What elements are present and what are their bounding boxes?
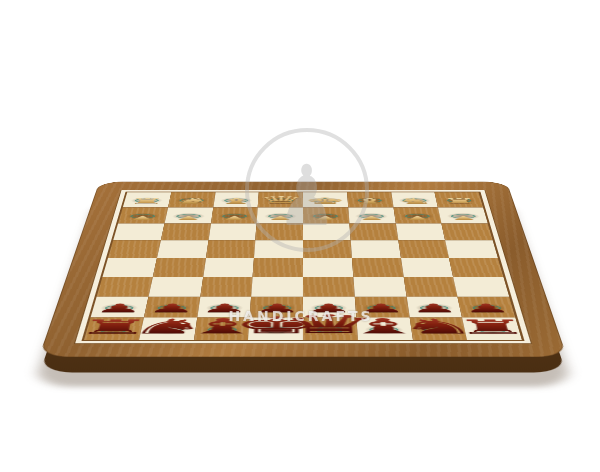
pawn-glyph: ♟ — [199, 302, 249, 314]
piece-black-pawn-e7[interactable]: ♟ — [250, 297, 303, 318]
piece-black-pawn-h7[interactable]: ♟ — [91, 297, 149, 318]
piece-black-pawn-g7[interactable]: ♟ — [144, 297, 200, 318]
felt-base-ring — [210, 305, 239, 311]
piece-white-pawn-b2[interactable]: ♟ — [393, 207, 442, 223]
knight-glyph: ♞ — [395, 197, 433, 205]
piece-shadow — [257, 325, 295, 334]
pawn-glyph: ♟ — [94, 302, 145, 314]
felt-base-ring — [207, 327, 236, 333]
felt-base-ring — [153, 327, 183, 333]
piece-white-pawn-e2[interactable]: ♟ — [257, 207, 303, 223]
piece-white-pawn-d2[interactable]: ♟ — [303, 207, 349, 223]
piece-black-king-e8[interactable]: ♚ — [248, 318, 303, 340]
piece-shadow — [148, 325, 187, 334]
piece-white-pawn-c2[interactable]: ♟ — [348, 207, 395, 223]
piece-black-pawn-d7[interactable]: ♟ — [303, 297, 356, 318]
piece-shadow — [203, 325, 242, 334]
piece-shadow — [415, 304, 453, 313]
felt-base-ring — [369, 327, 398, 333]
pawn-glyph: ♟ — [450, 215, 477, 220]
piece-black-knight-g8[interactable]: ♞ — [139, 318, 197, 340]
felt-base-ring — [316, 327, 345, 333]
felt-base-ring — [420, 305, 449, 311]
piece-black-bishop-c8[interactable]: ♝ — [356, 318, 412, 340]
knight-glyph: ♞ — [172, 197, 210, 205]
pawn-glyph: ♟ — [404, 215, 431, 220]
piece-black-queen-d8[interactable]: ♛ — [303, 318, 358, 340]
piece-shadow — [100, 304, 139, 313]
pawn-glyph: ♟ — [221, 215, 247, 220]
piece-black-pawn-c7[interactable]: ♟ — [355, 297, 410, 318]
piece-black-pawn-b7[interactable]: ♟ — [406, 297, 462, 318]
pawn-glyph: ♟ — [175, 215, 202, 220]
pawn-glyph: ♟ — [252, 302, 301, 314]
piece-white-rook-a1[interactable]: ♜ — [435, 192, 483, 207]
felt-base-ring — [423, 327, 453, 333]
felt-base-ring — [477, 327, 507, 333]
piece-shadow — [467, 304, 506, 313]
pawn-glyph: ♟ — [313, 215, 339, 220]
piece-white-knight-b1[interactable]: ♞ — [391, 192, 438, 207]
piece-shadow — [472, 325, 512, 334]
piece-black-pawn-f7[interactable]: ♟ — [197, 297, 252, 318]
piece-white-pawn-g2[interactable]: ♟ — [164, 207, 213, 223]
chess-set-photo: ♜♞♝♛♚♝♞♜♟♟♟♟♟♟♟♟♟♟♟♟♟♟♟♟♜♞♝♚♛♝♞♜ ♟ HANDI… — [0, 0, 600, 472]
piece-black-pawn-a7[interactable]: ♟ — [458, 297, 516, 318]
piece-shadow — [365, 325, 404, 334]
felt-base-ring — [472, 305, 501, 311]
pawn-glyph: ♟ — [409, 302, 460, 314]
piece-black-rook-a8[interactable]: ♜ — [462, 318, 522, 340]
piece-black-knight-b8[interactable]: ♞ — [409, 318, 467, 340]
piece-white-pawn-h2[interactable]: ♟ — [118, 207, 168, 223]
piece-shadow — [153, 304, 191, 313]
piece-white-pawn-a2[interactable]: ♟ — [438, 207, 488, 223]
pawn-glyph: ♟ — [359, 215, 385, 220]
felt-base-ring — [99, 327, 129, 333]
piece-shadow — [311, 325, 349, 334]
chessboard-3d: ♜♞♝♛♚♝♞♜♟♟♟♟♟♟♟♟♟♟♟♟♟♟♟♟♜♞♝♚♛♝♞♜ — [39, 182, 567, 357]
pawn-glyph: ♟ — [305, 302, 354, 314]
piece-white-pawn-f2[interactable]: ♟ — [211, 207, 258, 223]
rook-glyph: ♜ — [128, 198, 165, 205]
felt-base-ring — [105, 305, 134, 311]
pawn-glyph: ♟ — [146, 302, 197, 314]
piece-shadow — [94, 325, 134, 334]
pawn-glyph: ♟ — [267, 215, 293, 220]
pawn-glyph: ♟ — [461, 302, 512, 314]
piece-black-rook-h8[interactable]: ♜ — [84, 318, 144, 340]
piece-shadow — [418, 325, 457, 334]
pawn-glyph: ♟ — [357, 302, 407, 314]
felt-base-ring — [157, 305, 186, 311]
pawn-glyph: ♟ — [129, 215, 156, 220]
piece-white-knight-g1[interactable]: ♞ — [168, 192, 215, 207]
piece-white-rook-h1[interactable]: ♜ — [123, 192, 171, 207]
king-glyph: ♚ — [304, 196, 346, 205]
rook-glyph: ♜ — [441, 198, 478, 205]
piece-black-bishop-f8[interactable]: ♝ — [194, 318, 250, 340]
felt-base-ring — [261, 327, 290, 333]
